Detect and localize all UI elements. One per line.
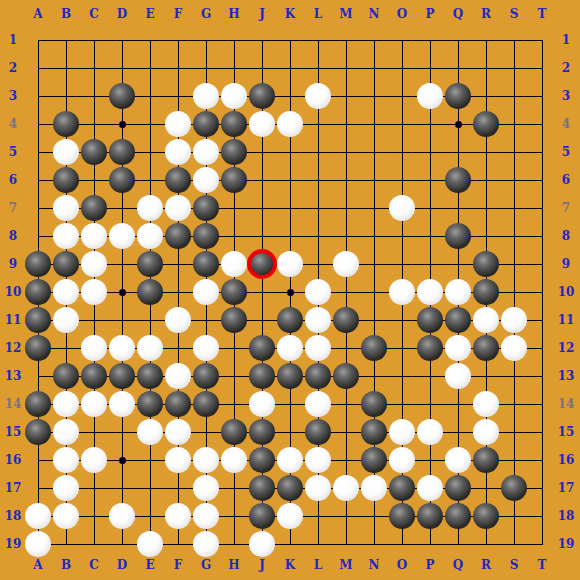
intersection-G19[interactable] bbox=[192, 530, 220, 558]
intersection-L6[interactable] bbox=[304, 166, 332, 194]
intersection-R4[interactable] bbox=[472, 110, 500, 138]
intersection-M7[interactable] bbox=[332, 194, 360, 222]
intersection-B14[interactable] bbox=[52, 390, 80, 418]
intersection-D6[interactable] bbox=[108, 166, 136, 194]
intersection-O2[interactable] bbox=[388, 54, 416, 82]
intersection-G3[interactable] bbox=[192, 82, 220, 110]
intersection-J19[interactable] bbox=[248, 530, 276, 558]
intersection-N13[interactable] bbox=[360, 362, 388, 390]
intersection-D9[interactable] bbox=[108, 250, 136, 278]
intersection-R3[interactable] bbox=[472, 82, 500, 110]
intersection-B4[interactable] bbox=[52, 110, 80, 138]
intersection-Q13[interactable] bbox=[444, 362, 472, 390]
intersection-F12[interactable] bbox=[164, 334, 192, 362]
intersection-N10[interactable] bbox=[360, 278, 388, 306]
intersection-Q3[interactable] bbox=[444, 82, 472, 110]
intersection-M9[interactable] bbox=[332, 250, 360, 278]
intersection-K19[interactable] bbox=[276, 530, 304, 558]
intersection-S18[interactable] bbox=[500, 502, 528, 530]
intersection-Q19[interactable] bbox=[444, 530, 472, 558]
intersection-L5[interactable] bbox=[304, 138, 332, 166]
intersection-O15[interactable] bbox=[388, 418, 416, 446]
intersection-D5[interactable] bbox=[108, 138, 136, 166]
intersection-O8[interactable] bbox=[388, 222, 416, 250]
intersection-L16[interactable] bbox=[304, 446, 332, 474]
intersection-M16[interactable] bbox=[332, 446, 360, 474]
intersection-C6[interactable] bbox=[80, 166, 108, 194]
intersection-B16[interactable] bbox=[52, 446, 80, 474]
intersection-D10[interactable] bbox=[108, 278, 136, 306]
intersection-P13[interactable] bbox=[416, 362, 444, 390]
intersection-R14[interactable] bbox=[472, 390, 500, 418]
intersection-N5[interactable] bbox=[360, 138, 388, 166]
intersection-B8[interactable] bbox=[52, 222, 80, 250]
intersection-A4[interactable] bbox=[24, 110, 52, 138]
intersection-A12[interactable] bbox=[24, 334, 52, 362]
intersection-R15[interactable] bbox=[472, 418, 500, 446]
intersection-S2[interactable] bbox=[500, 54, 528, 82]
intersection-N16[interactable] bbox=[360, 446, 388, 474]
intersection-P6[interactable] bbox=[416, 166, 444, 194]
intersection-Q11[interactable] bbox=[444, 306, 472, 334]
intersection-A18[interactable] bbox=[24, 502, 52, 530]
intersection-B15[interactable] bbox=[52, 418, 80, 446]
intersection-E7[interactable] bbox=[136, 194, 164, 222]
intersection-O6[interactable] bbox=[388, 166, 416, 194]
intersection-M11[interactable] bbox=[332, 306, 360, 334]
intersection-M13[interactable] bbox=[332, 362, 360, 390]
intersection-P19[interactable] bbox=[416, 530, 444, 558]
intersection-D15[interactable] bbox=[108, 418, 136, 446]
intersection-T2[interactable] bbox=[528, 54, 556, 82]
intersection-O11[interactable] bbox=[388, 306, 416, 334]
intersection-S19[interactable] bbox=[500, 530, 528, 558]
intersection-Q7[interactable] bbox=[444, 194, 472, 222]
intersection-T3[interactable] bbox=[528, 82, 556, 110]
intersection-F6[interactable] bbox=[164, 166, 192, 194]
intersection-R5[interactable] bbox=[472, 138, 500, 166]
intersection-F11[interactable] bbox=[164, 306, 192, 334]
intersection-L9[interactable] bbox=[304, 250, 332, 278]
intersection-J18[interactable] bbox=[248, 502, 276, 530]
intersection-F10[interactable] bbox=[164, 278, 192, 306]
intersection-C16[interactable] bbox=[80, 446, 108, 474]
intersection-C11[interactable] bbox=[80, 306, 108, 334]
intersection-E18[interactable] bbox=[136, 502, 164, 530]
intersection-N3[interactable] bbox=[360, 82, 388, 110]
intersection-Q18[interactable] bbox=[444, 502, 472, 530]
intersection-B3[interactable] bbox=[52, 82, 80, 110]
intersection-R17[interactable] bbox=[472, 474, 500, 502]
intersection-E12[interactable] bbox=[136, 334, 164, 362]
intersection-O16[interactable] bbox=[388, 446, 416, 474]
intersection-R9[interactable] bbox=[472, 250, 500, 278]
intersection-Q5[interactable] bbox=[444, 138, 472, 166]
intersection-R13[interactable] bbox=[472, 362, 500, 390]
intersection-P11[interactable] bbox=[416, 306, 444, 334]
intersection-J5[interactable] bbox=[248, 138, 276, 166]
intersection-H18[interactable] bbox=[220, 502, 248, 530]
intersection-R8[interactable] bbox=[472, 222, 500, 250]
intersection-C13[interactable] bbox=[80, 362, 108, 390]
intersection-T12[interactable] bbox=[528, 334, 556, 362]
intersection-H9[interactable] bbox=[220, 250, 248, 278]
intersection-M19[interactable] bbox=[332, 530, 360, 558]
intersection-P12[interactable] bbox=[416, 334, 444, 362]
intersection-K7[interactable] bbox=[276, 194, 304, 222]
intersection-D2[interactable] bbox=[108, 54, 136, 82]
intersection-D14[interactable] bbox=[108, 390, 136, 418]
intersection-F2[interactable] bbox=[164, 54, 192, 82]
intersection-L1[interactable] bbox=[304, 26, 332, 54]
intersection-Q9[interactable] bbox=[444, 250, 472, 278]
intersection-R12[interactable] bbox=[472, 334, 500, 362]
intersection-D13[interactable] bbox=[108, 362, 136, 390]
intersection-T10[interactable] bbox=[528, 278, 556, 306]
intersection-M18[interactable] bbox=[332, 502, 360, 530]
intersection-H11[interactable] bbox=[220, 306, 248, 334]
intersection-Q8[interactable] bbox=[444, 222, 472, 250]
intersection-D7[interactable] bbox=[108, 194, 136, 222]
intersection-Q16[interactable] bbox=[444, 446, 472, 474]
intersection-N2[interactable] bbox=[360, 54, 388, 82]
intersection-O19[interactable] bbox=[388, 530, 416, 558]
intersection-J6[interactable] bbox=[248, 166, 276, 194]
intersection-M2[interactable] bbox=[332, 54, 360, 82]
intersection-P4[interactable] bbox=[416, 110, 444, 138]
intersection-P9[interactable] bbox=[416, 250, 444, 278]
intersection-T16[interactable] bbox=[528, 446, 556, 474]
intersection-F9[interactable] bbox=[164, 250, 192, 278]
intersection-P17[interactable] bbox=[416, 474, 444, 502]
intersection-O7[interactable] bbox=[388, 194, 416, 222]
intersection-R18[interactable] bbox=[472, 502, 500, 530]
intersection-T11[interactable] bbox=[528, 306, 556, 334]
intersection-L7[interactable] bbox=[304, 194, 332, 222]
intersection-F8[interactable] bbox=[164, 222, 192, 250]
intersection-M8[interactable] bbox=[332, 222, 360, 250]
intersection-K10[interactable] bbox=[276, 278, 304, 306]
intersection-F14[interactable] bbox=[164, 390, 192, 418]
intersection-Q6[interactable] bbox=[444, 166, 472, 194]
intersection-D4[interactable] bbox=[108, 110, 136, 138]
intersection-A19[interactable] bbox=[24, 530, 52, 558]
intersection-O18[interactable] bbox=[388, 502, 416, 530]
intersection-P14[interactable] bbox=[416, 390, 444, 418]
intersection-A11[interactable] bbox=[24, 306, 52, 334]
intersection-K11[interactable] bbox=[276, 306, 304, 334]
intersection-D16[interactable] bbox=[108, 446, 136, 474]
intersection-A17[interactable] bbox=[24, 474, 52, 502]
intersection-O4[interactable] bbox=[388, 110, 416, 138]
intersection-J15[interactable] bbox=[248, 418, 276, 446]
intersection-H7[interactable] bbox=[220, 194, 248, 222]
intersection-M15[interactable] bbox=[332, 418, 360, 446]
intersection-A15[interactable] bbox=[24, 418, 52, 446]
intersection-S14[interactable] bbox=[500, 390, 528, 418]
intersection-K18[interactable] bbox=[276, 502, 304, 530]
intersection-J9[interactable] bbox=[248, 250, 276, 278]
intersection-R2[interactable] bbox=[472, 54, 500, 82]
intersection-H3[interactable] bbox=[220, 82, 248, 110]
intersection-L3[interactable] bbox=[304, 82, 332, 110]
intersection-E4[interactable] bbox=[136, 110, 164, 138]
intersection-B10[interactable] bbox=[52, 278, 80, 306]
intersection-L17[interactable] bbox=[304, 474, 332, 502]
intersection-L15[interactable] bbox=[304, 418, 332, 446]
intersection-O13[interactable] bbox=[388, 362, 416, 390]
intersection-E10[interactable] bbox=[136, 278, 164, 306]
intersection-T15[interactable] bbox=[528, 418, 556, 446]
intersection-B13[interactable] bbox=[52, 362, 80, 390]
intersection-F16[interactable] bbox=[164, 446, 192, 474]
intersection-N6[interactable] bbox=[360, 166, 388, 194]
intersection-K13[interactable] bbox=[276, 362, 304, 390]
intersection-H10[interactable] bbox=[220, 278, 248, 306]
intersection-K1[interactable] bbox=[276, 26, 304, 54]
intersection-J2[interactable] bbox=[248, 54, 276, 82]
intersection-E14[interactable] bbox=[136, 390, 164, 418]
intersection-B12[interactable] bbox=[52, 334, 80, 362]
intersection-E16[interactable] bbox=[136, 446, 164, 474]
intersection-Q17[interactable] bbox=[444, 474, 472, 502]
intersection-J1[interactable] bbox=[248, 26, 276, 54]
intersection-E8[interactable] bbox=[136, 222, 164, 250]
intersection-E9[interactable] bbox=[136, 250, 164, 278]
intersection-K14[interactable] bbox=[276, 390, 304, 418]
intersection-A2[interactable] bbox=[24, 54, 52, 82]
intersection-L4[interactable] bbox=[304, 110, 332, 138]
intersection-H15[interactable] bbox=[220, 418, 248, 446]
intersection-G7[interactable] bbox=[192, 194, 220, 222]
intersection-L13[interactable] bbox=[304, 362, 332, 390]
intersection-M12[interactable] bbox=[332, 334, 360, 362]
intersection-T4[interactable] bbox=[528, 110, 556, 138]
intersection-G15[interactable] bbox=[192, 418, 220, 446]
intersection-B9[interactable] bbox=[52, 250, 80, 278]
intersection-T13[interactable] bbox=[528, 362, 556, 390]
intersection-G18[interactable] bbox=[192, 502, 220, 530]
intersection-S4[interactable] bbox=[500, 110, 528, 138]
intersection-G8[interactable] bbox=[192, 222, 220, 250]
intersection-T19[interactable] bbox=[528, 530, 556, 558]
intersection-G11[interactable] bbox=[192, 306, 220, 334]
intersection-F17[interactable] bbox=[164, 474, 192, 502]
intersection-R6[interactable] bbox=[472, 166, 500, 194]
intersection-P15[interactable] bbox=[416, 418, 444, 446]
intersection-D1[interactable] bbox=[108, 26, 136, 54]
intersection-L10[interactable] bbox=[304, 278, 332, 306]
intersection-H14[interactable] bbox=[220, 390, 248, 418]
intersection-O14[interactable] bbox=[388, 390, 416, 418]
intersection-M14[interactable] bbox=[332, 390, 360, 418]
intersection-O3[interactable] bbox=[388, 82, 416, 110]
intersection-E1[interactable] bbox=[136, 26, 164, 54]
intersection-D17[interactable] bbox=[108, 474, 136, 502]
intersection-J3[interactable] bbox=[248, 82, 276, 110]
intersection-S8[interactable] bbox=[500, 222, 528, 250]
intersection-J8[interactable] bbox=[248, 222, 276, 250]
intersection-N4[interactable] bbox=[360, 110, 388, 138]
intersection-C18[interactable] bbox=[80, 502, 108, 530]
intersection-O5[interactable] bbox=[388, 138, 416, 166]
intersection-B18[interactable] bbox=[52, 502, 80, 530]
intersection-F4[interactable] bbox=[164, 110, 192, 138]
intersection-G9[interactable] bbox=[192, 250, 220, 278]
intersection-C12[interactable] bbox=[80, 334, 108, 362]
intersection-N11[interactable] bbox=[360, 306, 388, 334]
intersection-P7[interactable] bbox=[416, 194, 444, 222]
intersection-K16[interactable] bbox=[276, 446, 304, 474]
intersection-B6[interactable] bbox=[52, 166, 80, 194]
intersection-S10[interactable] bbox=[500, 278, 528, 306]
intersection-L18[interactable] bbox=[304, 502, 332, 530]
intersection-G4[interactable] bbox=[192, 110, 220, 138]
intersection-A16[interactable] bbox=[24, 446, 52, 474]
intersection-Q1[interactable] bbox=[444, 26, 472, 54]
intersection-B2[interactable] bbox=[52, 54, 80, 82]
intersection-C19[interactable] bbox=[80, 530, 108, 558]
intersection-G14[interactable] bbox=[192, 390, 220, 418]
intersection-K2[interactable] bbox=[276, 54, 304, 82]
intersection-N19[interactable] bbox=[360, 530, 388, 558]
intersection-K9[interactable] bbox=[276, 250, 304, 278]
intersection-N18[interactable] bbox=[360, 502, 388, 530]
intersection-P10[interactable] bbox=[416, 278, 444, 306]
intersection-D8[interactable] bbox=[108, 222, 136, 250]
intersection-K17[interactable] bbox=[276, 474, 304, 502]
intersection-N7[interactable] bbox=[360, 194, 388, 222]
intersection-F15[interactable] bbox=[164, 418, 192, 446]
intersection-N14[interactable] bbox=[360, 390, 388, 418]
intersection-P3[interactable] bbox=[416, 82, 444, 110]
intersection-E13[interactable] bbox=[136, 362, 164, 390]
intersection-T8[interactable] bbox=[528, 222, 556, 250]
intersection-R10[interactable] bbox=[472, 278, 500, 306]
intersection-E3[interactable] bbox=[136, 82, 164, 110]
intersection-M4[interactable] bbox=[332, 110, 360, 138]
intersection-A3[interactable] bbox=[24, 82, 52, 110]
intersection-S12[interactable] bbox=[500, 334, 528, 362]
intersection-P1[interactable] bbox=[416, 26, 444, 54]
intersection-L11[interactable] bbox=[304, 306, 332, 334]
intersection-M3[interactable] bbox=[332, 82, 360, 110]
intersection-T1[interactable] bbox=[528, 26, 556, 54]
intersection-E6[interactable] bbox=[136, 166, 164, 194]
intersection-N9[interactable] bbox=[360, 250, 388, 278]
intersection-A7[interactable] bbox=[24, 194, 52, 222]
intersection-L12[interactable] bbox=[304, 334, 332, 362]
intersection-N8[interactable] bbox=[360, 222, 388, 250]
intersection-B7[interactable] bbox=[52, 194, 80, 222]
intersection-O17[interactable] bbox=[388, 474, 416, 502]
intersection-J4[interactable] bbox=[248, 110, 276, 138]
intersection-E17[interactable] bbox=[136, 474, 164, 502]
intersection-A10[interactable] bbox=[24, 278, 52, 306]
intersection-S3[interactable] bbox=[500, 82, 528, 110]
intersection-H4[interactable] bbox=[220, 110, 248, 138]
intersection-T7[interactable] bbox=[528, 194, 556, 222]
intersection-S6[interactable] bbox=[500, 166, 528, 194]
intersection-T9[interactable] bbox=[528, 250, 556, 278]
intersection-L2[interactable] bbox=[304, 54, 332, 82]
intersection-C17[interactable] bbox=[80, 474, 108, 502]
intersection-S11[interactable] bbox=[500, 306, 528, 334]
intersection-F18[interactable] bbox=[164, 502, 192, 530]
intersection-K12[interactable] bbox=[276, 334, 304, 362]
intersection-Q14[interactable] bbox=[444, 390, 472, 418]
intersection-G13[interactable] bbox=[192, 362, 220, 390]
intersection-C9[interactable] bbox=[80, 250, 108, 278]
intersection-K8[interactable] bbox=[276, 222, 304, 250]
intersection-T5[interactable] bbox=[528, 138, 556, 166]
intersection-J13[interactable] bbox=[248, 362, 276, 390]
intersection-F1[interactable] bbox=[164, 26, 192, 54]
intersection-A9[interactable] bbox=[24, 250, 52, 278]
intersection-A5[interactable] bbox=[24, 138, 52, 166]
intersection-C15[interactable] bbox=[80, 418, 108, 446]
intersection-D11[interactable] bbox=[108, 306, 136, 334]
intersection-Q12[interactable] bbox=[444, 334, 472, 362]
intersection-A6[interactable] bbox=[24, 166, 52, 194]
intersection-L19[interactable] bbox=[304, 530, 332, 558]
intersection-Q4[interactable] bbox=[444, 110, 472, 138]
intersection-O1[interactable] bbox=[388, 26, 416, 54]
intersection-J16[interactable] bbox=[248, 446, 276, 474]
intersection-D12[interactable] bbox=[108, 334, 136, 362]
intersection-G5[interactable] bbox=[192, 138, 220, 166]
intersection-D18[interactable] bbox=[108, 502, 136, 530]
intersection-A13[interactable] bbox=[24, 362, 52, 390]
intersection-K15[interactable] bbox=[276, 418, 304, 446]
intersection-G2[interactable] bbox=[192, 54, 220, 82]
intersection-J11[interactable] bbox=[248, 306, 276, 334]
intersection-H12[interactable] bbox=[220, 334, 248, 362]
intersection-T6[interactable] bbox=[528, 166, 556, 194]
intersection-C2[interactable] bbox=[80, 54, 108, 82]
intersection-R7[interactable] bbox=[472, 194, 500, 222]
intersection-B1[interactable] bbox=[52, 26, 80, 54]
intersection-S7[interactable] bbox=[500, 194, 528, 222]
intersection-S15[interactable] bbox=[500, 418, 528, 446]
intersection-S1[interactable] bbox=[500, 26, 528, 54]
intersection-H1[interactable] bbox=[220, 26, 248, 54]
intersection-E2[interactable] bbox=[136, 54, 164, 82]
intersection-K5[interactable] bbox=[276, 138, 304, 166]
intersection-P2[interactable] bbox=[416, 54, 444, 82]
intersection-S13[interactable] bbox=[500, 362, 528, 390]
intersection-S5[interactable] bbox=[500, 138, 528, 166]
intersection-E19[interactable] bbox=[136, 530, 164, 558]
intersection-Q15[interactable] bbox=[444, 418, 472, 446]
intersection-D19[interactable] bbox=[108, 530, 136, 558]
intersection-R16[interactable] bbox=[472, 446, 500, 474]
intersection-C8[interactable] bbox=[80, 222, 108, 250]
intersection-H19[interactable] bbox=[220, 530, 248, 558]
intersection-N1[interactable] bbox=[360, 26, 388, 54]
intersection-J10[interactable] bbox=[248, 278, 276, 306]
intersection-R1[interactable] bbox=[472, 26, 500, 54]
intersection-B5[interactable] bbox=[52, 138, 80, 166]
intersection-F7[interactable] bbox=[164, 194, 192, 222]
intersection-J14[interactable] bbox=[248, 390, 276, 418]
intersection-A14[interactable] bbox=[24, 390, 52, 418]
intersection-M5[interactable] bbox=[332, 138, 360, 166]
intersection-E15[interactable] bbox=[136, 418, 164, 446]
intersection-Q2[interactable] bbox=[444, 54, 472, 82]
intersection-R11[interactable] bbox=[472, 306, 500, 334]
intersection-M6[interactable] bbox=[332, 166, 360, 194]
